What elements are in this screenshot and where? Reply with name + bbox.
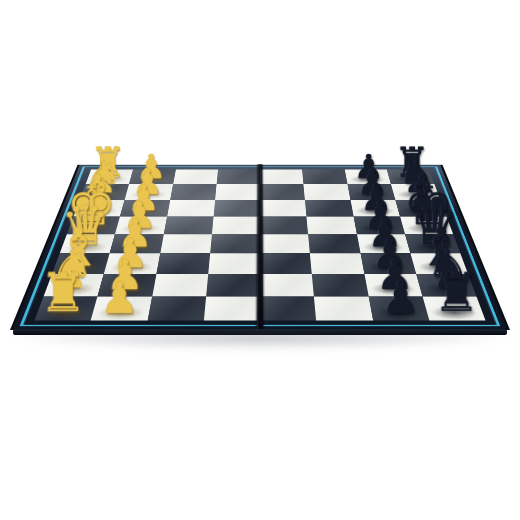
square-f5 — [260, 200, 307, 217]
square-c3 — [156, 253, 210, 274]
board-scene: ♜♟♟♜♞♟♟♞♝♟♟♝♚♟♟♚♛♟♟♛♝♟♟♝♞♟♟♞♜♟♟♜ — [0, 0, 520, 520]
square-a4 — [204, 296, 260, 320]
square-d6 — [308, 234, 360, 253]
square-a2: ♟ — [91, 296, 152, 320]
square-a7: ♟ — [368, 296, 429, 320]
square-c6 — [310, 253, 364, 274]
square-c5 — [260, 253, 312, 274]
square-a6 — [314, 296, 373, 320]
white-pawn-a2: ♟ — [100, 276, 139, 319]
white-rook-a1: ♜ — [39, 267, 87, 320]
black-rook-a8: ♜ — [433, 267, 481, 320]
square-d5 — [260, 234, 310, 253]
square-c4 — [208, 253, 260, 274]
square-h5 — [260, 170, 304, 185]
square-f6 — [305, 200, 353, 217]
square-b6 — [312, 274, 368, 296]
product-photo: ♜♟♟♜♞♟♟♞♝♟♟♝♚♟♟♚♛♟♟♛♝♟♟♝♞♟♟♞♜♟♟♜ — [0, 0, 520, 520]
square-a1: ♜ — [35, 296, 98, 320]
square-g6 — [304, 184, 351, 200]
fold-seam — [257, 164, 263, 330]
square-g3 — [170, 184, 217, 200]
square-d4 — [210, 234, 260, 253]
square-f3 — [167, 200, 215, 217]
square-e6 — [307, 216, 357, 234]
square-h4 — [216, 170, 260, 185]
ground-shadow — [4, 333, 516, 351]
square-d3 — [160, 234, 212, 253]
square-f4 — [213, 200, 260, 217]
square-g4 — [215, 184, 260, 200]
square-a3 — [147, 296, 206, 320]
black-pawn-a7: ♟ — [381, 276, 420, 319]
square-b5 — [260, 274, 314, 296]
square-e3 — [163, 216, 213, 234]
square-b4 — [206, 274, 260, 296]
square-a5 — [260, 296, 316, 320]
square-e4 — [212, 216, 260, 234]
square-b3 — [152, 274, 208, 296]
square-g5 — [260, 184, 305, 200]
square-h6 — [302, 170, 347, 185]
square-h3 — [173, 170, 218, 185]
square-e5 — [260, 216, 308, 234]
chessboard: ♜♟♟♜♞♟♟♞♝♟♟♝♚♟♟♚♛♟♟♛♝♟♟♝♞♟♟♞♜♟♟♜ — [10, 164, 510, 330]
square-a8: ♜ — [422, 296, 485, 320]
